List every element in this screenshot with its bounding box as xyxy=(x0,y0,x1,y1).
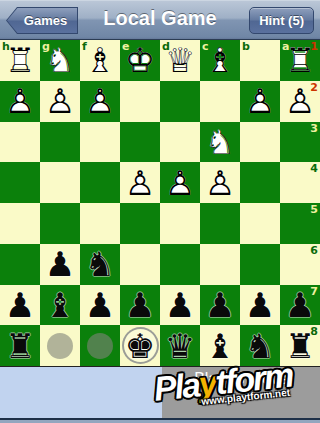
square-d5[interactable] xyxy=(160,203,200,244)
square-d8[interactable]: ♛ xyxy=(160,325,200,366)
square-e8[interactable]: ♚ xyxy=(120,325,160,366)
square-g8[interactable] xyxy=(40,325,80,366)
square-c4[interactable]: ♟♙ xyxy=(200,162,240,203)
piece-glyph: ♝ xyxy=(40,285,80,326)
piece-black-knight[interactable]: ♞ xyxy=(80,244,120,285)
piece-outline-glyph: ♙ xyxy=(120,162,160,203)
bottom-bar: Black's move Playtform www.playtform.net xyxy=(0,367,320,423)
games-back-label: Games xyxy=(17,13,67,28)
square-h8[interactable]: ♜ xyxy=(0,325,40,366)
bottom-left-panel xyxy=(0,367,162,418)
piece-glyph: ♜ xyxy=(0,325,40,366)
square-h2[interactable]: ♟♙ xyxy=(0,81,40,122)
legal-move-dot-f8[interactable] xyxy=(87,333,113,359)
piece-black-pawn[interactable]: ♟ xyxy=(120,285,160,326)
legal-move-dot-g8[interactable] xyxy=(47,333,73,359)
square-b1[interactable]: b xyxy=(240,40,280,81)
square-a7[interactable]: 7♟ xyxy=(280,285,320,326)
square-d7[interactable]: ♟ xyxy=(160,285,200,326)
piece-black-pawn[interactable]: ♟ xyxy=(160,285,200,326)
watermark-part1: Pla xyxy=(152,365,201,408)
square-d2[interactable] xyxy=(160,81,200,122)
piece-outline-glyph: ♙ xyxy=(240,81,280,122)
piece-outline-glyph: ♔ xyxy=(120,40,160,81)
piece-white-rook[interactable]: ♜♖ xyxy=(280,40,320,81)
piece-glyph: ♟ xyxy=(120,285,160,326)
square-g5[interactable] xyxy=(40,203,80,244)
hint-button[interactable]: Hint (5) xyxy=(249,7,314,34)
piece-glyph: ♝ xyxy=(200,325,240,366)
piece-black-queen[interactable]: ♛ xyxy=(160,325,200,366)
piece-black-rook[interactable]: ♜ xyxy=(0,325,40,366)
piece-white-pawn[interactable]: ♟♙ xyxy=(0,81,40,122)
piece-white-pawn[interactable]: ♟♙ xyxy=(80,81,120,122)
square-a4[interactable]: 4 xyxy=(280,162,320,203)
piece-glyph: ♟ xyxy=(80,285,120,326)
square-c8[interactable]: ♝ xyxy=(200,325,240,366)
piece-black-pawn[interactable]: ♟ xyxy=(0,285,40,326)
square-f6[interactable]: ♞ xyxy=(80,244,120,285)
rank-label-5: 5 xyxy=(310,203,318,216)
piece-white-pawn[interactable]: ♟♙ xyxy=(120,162,160,203)
square-g1[interactable]: g♞♘ xyxy=(40,40,80,81)
square-f8[interactable] xyxy=(80,325,120,366)
square-b6[interactable] xyxy=(240,244,280,285)
piece-black-pawn[interactable]: ♟ xyxy=(200,285,240,326)
square-b3[interactable] xyxy=(240,122,280,163)
piece-white-pawn[interactable]: ♟♙ xyxy=(240,81,280,122)
square-e7[interactable]: ♟ xyxy=(120,285,160,326)
square-d3[interactable] xyxy=(160,122,200,163)
piece-white-pawn[interactable]: ♟♙ xyxy=(200,162,240,203)
square-c2[interactable] xyxy=(200,81,240,122)
square-e4[interactable]: ♟♙ xyxy=(120,162,160,203)
piece-glyph: ♟ xyxy=(160,285,200,326)
square-b7[interactable]: ♟ xyxy=(240,285,280,326)
piece-outline-glyph: ♙ xyxy=(40,81,80,122)
piece-outline-glyph: ♗ xyxy=(80,40,120,81)
page-title: Local Game xyxy=(103,7,216,30)
piece-outline-glyph: ♙ xyxy=(280,81,320,122)
piece-white-rook[interactable]: ♜♖ xyxy=(0,40,40,81)
square-b5[interactable] xyxy=(240,203,280,244)
piece-white-knight[interactable]: ♞♘ xyxy=(40,40,80,81)
nav-bar: Games Local Game Hint (5) xyxy=(0,0,320,40)
square-g7[interactable]: ♝ xyxy=(40,285,80,326)
piece-white-queen[interactable]: ♛♕ xyxy=(160,40,200,81)
piece-black-king[interactable]: ♚ xyxy=(120,325,160,366)
square-g4[interactable] xyxy=(40,162,80,203)
piece-black-bishop[interactable]: ♝ xyxy=(200,325,240,366)
chess-board[interactable]: h♜♖g♞♘f♝♗e♚♔d♛♕c♝♗ba1♜♖♟♙♟♙♟♙♟♙2♟♙♞♘3♟♙♟… xyxy=(0,40,320,367)
rank-label-6: 6 xyxy=(310,244,318,257)
hint-button-label: Hint (5) xyxy=(259,13,304,28)
square-c1[interactable]: c♝♗ xyxy=(200,40,240,81)
piece-black-pawn[interactable]: ♟ xyxy=(80,285,120,326)
square-h7[interactable]: ♟ xyxy=(0,285,40,326)
square-f2[interactable]: ♟♙ xyxy=(80,81,120,122)
piece-white-pawn[interactable]: ♟♙ xyxy=(280,81,320,122)
square-h4[interactable] xyxy=(0,162,40,203)
games-back-button[interactable]: Games xyxy=(6,7,78,34)
square-b4[interactable] xyxy=(240,162,280,203)
piece-outline-glyph: ♙ xyxy=(160,162,200,203)
piece-white-pawn[interactable]: ♟♙ xyxy=(40,81,80,122)
square-f7[interactable]: ♟ xyxy=(80,285,120,326)
square-f1[interactable]: f♝♗ xyxy=(80,40,120,81)
piece-glyph: ♟ xyxy=(240,285,280,326)
rank-label-3: 3 xyxy=(310,122,318,135)
square-d1[interactable]: d♛♕ xyxy=(160,40,200,81)
piece-black-pawn[interactable]: ♟ xyxy=(40,244,80,285)
piece-outline-glyph: ♙ xyxy=(0,81,40,122)
piece-glyph: ♛ xyxy=(160,325,200,366)
square-h6[interactable] xyxy=(0,244,40,285)
piece-white-bishop[interactable]: ♝♗ xyxy=(200,40,240,81)
piece-outline-glyph: ♘ xyxy=(200,122,240,163)
piece-glyph: ♚ xyxy=(120,325,160,366)
square-h3[interactable] xyxy=(0,122,40,163)
square-g2[interactable]: ♟♙ xyxy=(40,81,80,122)
square-e1[interactable]: e♚♔ xyxy=(120,40,160,81)
square-e3[interactable] xyxy=(120,122,160,163)
piece-white-bishop[interactable]: ♝♗ xyxy=(80,40,120,81)
piece-black-bishop[interactable]: ♝ xyxy=(40,285,80,326)
app-screen: Games Local Game Hint (5) h♜♖g♞♘f♝♗e♚♔d♛… xyxy=(0,0,320,423)
square-g6[interactable]: ♟ xyxy=(40,244,80,285)
square-a1[interactable]: a1♜♖ xyxy=(280,40,320,81)
square-d4[interactable]: ♟♙ xyxy=(160,162,200,203)
square-c6[interactable] xyxy=(200,244,240,285)
square-f5[interactable] xyxy=(80,203,120,244)
piece-outline-glyph: ♙ xyxy=(80,81,120,122)
square-d6[interactable] xyxy=(160,244,200,285)
square-e5[interactable] xyxy=(120,203,160,244)
piece-outline-glyph: ♘ xyxy=(40,40,80,81)
piece-outline-glyph: ♙ xyxy=(200,162,240,203)
square-e6[interactable] xyxy=(120,244,160,285)
piece-outline-glyph: ♖ xyxy=(0,40,40,81)
square-b2[interactable]: ♟♙ xyxy=(240,81,280,122)
square-e2[interactable] xyxy=(120,81,160,122)
piece-glyph: ♟ xyxy=(200,285,240,326)
piece-white-pawn[interactable]: ♟♙ xyxy=(160,162,200,203)
piece-outline-glyph: ♕ xyxy=(160,40,200,81)
square-a6[interactable]: 6 xyxy=(280,244,320,285)
square-a3[interactable]: 3 xyxy=(280,122,320,163)
square-h1[interactable]: h♜♖ xyxy=(0,40,40,81)
square-a2[interactable]: 2♟♙ xyxy=(280,81,320,122)
square-a5[interactable]: 5 xyxy=(280,203,320,244)
rank-label-4: 4 xyxy=(310,162,318,175)
piece-black-pawn[interactable]: ♟ xyxy=(240,285,280,326)
square-c7[interactable]: ♟ xyxy=(200,285,240,326)
piece-white-king[interactable]: ♚♔ xyxy=(120,40,160,81)
piece-glyph: ♟ xyxy=(0,285,40,326)
file-label-b: b xyxy=(242,40,250,53)
piece-outline-glyph: ♖ xyxy=(280,40,320,81)
piece-glyph: ♟ xyxy=(280,285,320,326)
square-f4[interactable] xyxy=(80,162,120,203)
piece-glyph: ♟ xyxy=(40,244,80,285)
square-c3[interactable]: ♞♘ xyxy=(200,122,240,163)
piece-glyph: ♞ xyxy=(80,244,120,285)
games-back-button-face: Games xyxy=(7,8,77,33)
square-g3[interactable] xyxy=(40,122,80,163)
square-h5[interactable] xyxy=(0,203,40,244)
square-c5[interactable] xyxy=(200,203,240,244)
piece-black-pawn[interactable]: ♟ xyxy=(280,285,320,326)
piece-white-knight[interactable]: ♞♘ xyxy=(200,122,240,163)
piece-outline-glyph: ♗ xyxy=(200,40,240,81)
square-f3[interactable] xyxy=(80,122,120,163)
